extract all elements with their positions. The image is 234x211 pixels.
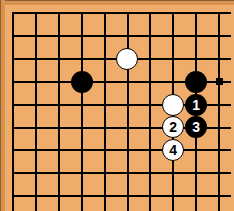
go-board: 1234 (0, 0, 234, 211)
intersection-F17 (116, 47, 139, 70)
black-stone-D16 (71, 71, 93, 93)
white-stone-H13: 4 (162, 139, 184, 161)
intersection-D16 (70, 70, 93, 93)
black-stone-J15: 1 (185, 94, 207, 116)
white-stone-F17 (116, 48, 138, 70)
intersection-H14: 2 (162, 116, 185, 139)
intersection-J15: 1 (185, 93, 208, 116)
white-stone-H15 (162, 94, 184, 116)
intersection-H13: 4 (162, 139, 185, 162)
black-stone-J16 (185, 71, 207, 93)
stone-layer: 1234 (2, 2, 231, 208)
intersection-J14: 3 (185, 116, 208, 139)
black-stone-J14: 3 (185, 116, 207, 138)
intersection-H15 (162, 93, 185, 116)
star-point-marker-K16 (208, 70, 231, 93)
white-stone-H14: 2 (162, 116, 184, 138)
square-marker-icon (216, 78, 223, 85)
intersection-J16 (185, 70, 208, 93)
